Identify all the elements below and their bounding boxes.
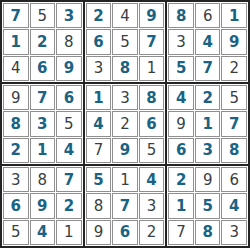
cell-r7c1[interactable]: 3	[3, 167, 29, 192]
cell-r1c2[interactable]: 5	[30, 3, 56, 28]
cell-r3c3[interactable]: 9	[56, 56, 82, 81]
cell-r7c6[interactable]: 4	[139, 167, 165, 192]
cell-r6c2[interactable]: 1	[30, 138, 56, 163]
box-3: 976835214	[2, 84, 83, 164]
cell-r8c7[interactable]: 1	[168, 193, 194, 218]
cell-r1c6[interactable]: 9	[139, 3, 165, 28]
cell-r4c8[interactable]: 2	[195, 85, 221, 110]
cell-r7c9[interactable]: 6	[221, 167, 247, 192]
cell-r7c5[interactable]: 1	[112, 167, 138, 192]
cell-r8c4[interactable]: 8	[86, 193, 112, 218]
cell-r4c7[interactable]: 4	[168, 85, 194, 110]
cell-r3c5[interactable]: 8	[112, 56, 138, 81]
cell-r1c8[interactable]: 6	[195, 3, 221, 28]
cell-r4c5[interactable]: 3	[112, 85, 138, 110]
box-6: 387692541	[2, 166, 83, 246]
cell-r7c4[interactable]: 5	[86, 167, 112, 192]
cell-r7c7[interactable]: 2	[168, 167, 194, 192]
cell-r5c5[interactable]: 2	[112, 111, 138, 136]
cell-r8c2[interactable]: 9	[30, 193, 56, 218]
cell-r5c1[interactable]: 8	[3, 111, 29, 136]
cell-r3c4[interactable]: 3	[86, 56, 112, 81]
cell-r2c5[interactable]: 5	[112, 29, 138, 54]
cell-r6c5[interactable]: 9	[112, 138, 138, 163]
cell-r5c9[interactable]: 7	[221, 111, 247, 136]
cell-r7c3[interactable]: 7	[56, 167, 82, 192]
cell-r9c2[interactable]: 4	[30, 220, 56, 245]
cell-r1c4[interactable]: 2	[86, 3, 112, 28]
cell-r8c9[interactable]: 4	[221, 193, 247, 218]
cell-r9c5[interactable]: 6	[112, 220, 138, 245]
cell-r5c7[interactable]: 9	[168, 111, 194, 136]
cell-r2c7[interactable]: 3	[168, 29, 194, 54]
cell-r9c1[interactable]: 5	[3, 220, 29, 245]
cell-r8c1[interactable]: 6	[3, 193, 29, 218]
cell-r3c9[interactable]: 2	[221, 56, 247, 81]
cell-r9c8[interactable]: 8	[195, 220, 221, 245]
cell-r2c3[interactable]: 8	[56, 29, 82, 54]
cell-r7c8[interactable]: 9	[195, 167, 221, 192]
cell-r1c3[interactable]: 3	[56, 3, 82, 28]
cell-r4c6[interactable]: 8	[139, 85, 165, 110]
cell-r6c9[interactable]: 8	[221, 138, 247, 163]
cell-r9c9[interactable]: 3	[221, 220, 247, 245]
cell-r5c2[interactable]: 3	[30, 111, 56, 136]
cell-r4c4[interactable]: 1	[86, 85, 112, 110]
sudoku-board: 7531284692496573818613495729768352141384…	[0, 0, 250, 248]
cell-r6c1[interactable]: 2	[3, 138, 29, 163]
cell-r9c3[interactable]: 1	[56, 220, 82, 245]
cell-r5c4[interactable]: 4	[86, 111, 112, 136]
box-2: 861349572	[167, 2, 248, 82]
box-7: 514873962	[85, 166, 166, 246]
cell-r4c1[interactable]: 9	[3, 85, 29, 110]
cell-r8c8[interactable]: 5	[195, 193, 221, 218]
cell-r9c7[interactable]: 7	[168, 220, 194, 245]
cell-r6c4[interactable]: 7	[86, 138, 112, 163]
cell-r9c4[interactable]: 9	[86, 220, 112, 245]
cell-r4c2[interactable]: 7	[30, 85, 56, 110]
cell-r7c2[interactable]: 8	[30, 167, 56, 192]
cell-r2c6[interactable]: 7	[139, 29, 165, 54]
cell-r8c6[interactable]: 3	[139, 193, 165, 218]
box-5: 425917638	[167, 84, 248, 164]
cell-r3c2[interactable]: 6	[30, 56, 56, 81]
cell-r2c8[interactable]: 4	[195, 29, 221, 54]
cell-r6c6[interactable]: 5	[139, 138, 165, 163]
cell-r4c3[interactable]: 6	[56, 85, 82, 110]
cell-r8c5[interactable]: 7	[112, 193, 138, 218]
cell-r1c5[interactable]: 4	[112, 3, 138, 28]
cell-r3c1[interactable]: 4	[3, 56, 29, 81]
cell-r3c8[interactable]: 7	[195, 56, 221, 81]
box-0: 753128469	[2, 2, 83, 82]
cell-r6c3[interactable]: 4	[56, 138, 82, 163]
cell-r1c9[interactable]: 1	[221, 3, 247, 28]
box-8: 296154783	[167, 166, 248, 246]
cell-r6c8[interactable]: 3	[195, 138, 221, 163]
cell-r3c6[interactable]: 1	[139, 56, 165, 81]
cell-r4c9[interactable]: 5	[221, 85, 247, 110]
cell-r2c4[interactable]: 6	[86, 29, 112, 54]
cell-r5c6[interactable]: 6	[139, 111, 165, 136]
cell-r3c7[interactable]: 5	[168, 56, 194, 81]
cell-r1c7[interactable]: 8	[168, 3, 194, 28]
cell-r8c3[interactable]: 2	[56, 193, 82, 218]
cell-r2c1[interactable]: 1	[3, 29, 29, 54]
cell-r1c1[interactable]: 7	[3, 3, 29, 28]
box-1: 249657381	[85, 2, 166, 82]
cell-r9c6[interactable]: 2	[139, 220, 165, 245]
box-4: 138426795	[85, 84, 166, 164]
cell-r5c3[interactable]: 5	[56, 111, 82, 136]
cell-r2c9[interactable]: 9	[221, 29, 247, 54]
cell-r5c8[interactable]: 1	[195, 111, 221, 136]
cell-r6c7[interactable]: 6	[168, 138, 194, 163]
cell-r2c2[interactable]: 2	[30, 29, 56, 54]
